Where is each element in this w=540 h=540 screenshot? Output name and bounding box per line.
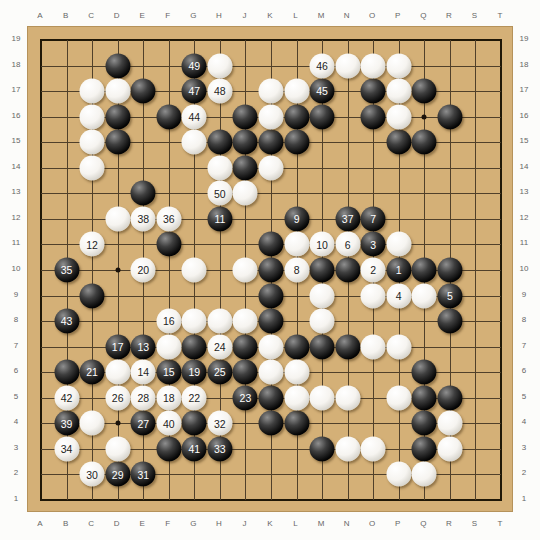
stone-black-J7 [233,334,258,359]
col-label-top-F: F [165,12,170,20]
move-number: 12 [86,239,98,250]
row-label-right-15: 15 [520,137,529,145]
go-diagram: 4947451193773351543171321151925233927413… [0,0,540,540]
move-number: 3 [370,239,376,250]
stone-black-J16 [233,104,258,129]
row-label-left-17: 17 [12,86,21,94]
stone-black-D15 [105,130,130,155]
move-number: 27 [137,418,149,429]
row-label-left-12: 12 [12,214,21,222]
row-label-right-8: 8 [522,316,526,324]
stone-black-K8 [259,309,284,334]
move-number: 50 [214,188,226,199]
move-number: 2 [370,265,376,276]
stone-white-R3 [437,436,462,461]
stone-black-D2: 29 [105,462,130,487]
stone-white-H7: 24 [207,334,232,359]
stone-white-Q9 [412,283,437,308]
stone-black-F6: 15 [156,360,181,385]
row-label-left-7: 7 [14,342,18,350]
move-number: 7 [370,214,376,225]
col-label-top-L: L [293,12,297,20]
col-label-bottom-P: P [395,520,400,528]
stone-white-H4: 32 [207,411,232,436]
stone-white-O3 [361,436,386,461]
col-label-top-N: N [344,12,350,20]
move-number: 10 [316,239,328,250]
stone-white-N5 [335,385,360,410]
stone-white-F8: 16 [156,309,181,334]
row-label-right-1: 1 [522,495,526,503]
move-number: 15 [163,367,175,378]
move-number: 6 [345,239,351,250]
stone-black-R10 [437,258,462,283]
stone-white-D12 [105,206,130,231]
move-number: 21 [86,367,98,378]
stone-white-N3 [335,436,360,461]
move-number: 39 [61,418,73,429]
col-label-bottom-K: K [267,520,272,528]
move-number: 26 [112,393,124,404]
row-label-left-1: 1 [14,495,18,503]
stone-black-J6 [233,360,258,385]
row-label-right-16: 16 [520,112,529,120]
col-label-top-C: C [88,12,94,20]
stone-white-E10: 20 [131,258,156,283]
move-number: 9 [294,214,300,225]
stone-white-P17 [386,79,411,104]
stone-black-E7: 13 [131,334,156,359]
move-number: 30 [86,469,98,480]
row-label-right-11: 11 [520,239,528,247]
stone-white-P7 [386,334,411,359]
col-label-bottom-D: D [114,520,120,528]
stone-white-C11: 12 [80,232,105,257]
col-label-top-K: K [267,12,272,20]
stone-white-G16: 44 [182,104,207,129]
row-label-left-18: 18 [12,61,21,69]
move-number: 20 [137,265,149,276]
row-label-left-4: 4 [14,418,18,426]
star-point-Q16 [422,114,427,119]
col-label-bottom-A: A [37,520,42,528]
row-label-right-9: 9 [522,291,526,299]
stone-black-M16 [310,104,335,129]
row-label-left-10: 10 [12,265,21,273]
stone-black-O11: 3 [361,232,386,257]
col-label-top-O: O [369,12,375,20]
move-number: 11 [214,214,225,225]
row-label-right-10: 10 [520,265,529,273]
stone-black-D7: 17 [105,334,130,359]
stone-black-N10 [335,258,360,283]
stone-black-G18: 49 [182,53,207,78]
move-number: 37 [342,214,354,225]
col-label-bottom-O: O [369,520,375,528]
stone-black-E4: 27 [131,411,156,436]
move-number: 35 [61,265,73,276]
stone-white-F5: 18 [156,385,181,410]
stone-white-D5: 26 [105,385,130,410]
stone-black-D16 [105,104,130,129]
star-point-D4 [115,421,120,426]
move-number: 49 [188,60,200,71]
stone-black-J14 [233,155,258,180]
stone-black-R5 [437,385,462,410]
stone-black-K9 [259,283,284,308]
row-label-right-5: 5 [522,393,526,401]
stone-black-M10 [310,258,335,283]
stone-black-B10: 35 [54,258,79,283]
stone-black-F3 [156,436,181,461]
stone-black-C9 [80,283,105,308]
stone-black-P15 [386,130,411,155]
move-number: 31 [137,469,149,480]
stone-white-B5: 42 [54,385,79,410]
stone-white-O7 [361,334,386,359]
stone-black-B4: 39 [54,411,79,436]
stone-black-K15 [259,130,284,155]
stone-white-O10: 2 [361,258,386,283]
col-label-bottom-C: C [88,520,94,528]
stone-white-M9 [310,283,335,308]
stone-white-F4: 40 [156,411,181,436]
row-label-left-8: 8 [14,316,18,324]
col-label-bottom-R: R [446,520,452,528]
col-label-bottom-N: N [344,520,350,528]
move-number: 23 [240,393,252,404]
row-label-left-15: 15 [12,137,21,145]
row-label-right-6: 6 [522,367,526,375]
stone-black-Q3 [412,436,437,461]
move-number: 48 [214,86,226,97]
stone-white-G10 [182,258,207,283]
stone-white-L6 [284,360,309,385]
stone-white-P16 [386,104,411,129]
col-label-bottom-Q: Q [420,520,426,528]
move-number: 28 [137,393,149,404]
stone-black-H12: 11 [207,206,232,231]
row-label-right-3: 3 [522,444,526,452]
stone-white-F7 [156,334,181,359]
move-number: 47 [188,86,200,97]
move-number: 1 [396,265,402,276]
move-number: 41 [188,444,200,455]
col-label-top-H: H [216,12,222,20]
row-label-right-2: 2 [522,469,526,477]
stone-black-M17: 45 [310,79,335,104]
stone-white-M5 [310,385,335,410]
row-label-left-2: 2 [14,469,18,477]
col-label-top-E: E [140,12,145,20]
stone-black-Q5 [412,385,437,410]
stone-white-G15 [182,130,207,155]
stone-black-G7 [182,334,207,359]
stone-white-E5: 28 [131,385,156,410]
row-label-left-14: 14 [12,163,21,171]
stone-white-P5 [386,385,411,410]
stone-black-Q10 [412,258,437,283]
stone-black-J15 [233,130,258,155]
stone-white-B3: 34 [54,436,79,461]
stone-white-E6: 14 [131,360,156,385]
stone-white-H14 [207,155,232,180]
stone-white-L11 [284,232,309,257]
row-label-left-6: 6 [14,367,18,375]
col-label-top-B: B [63,12,68,20]
stone-black-L4 [284,411,309,436]
move-number: 32 [214,418,226,429]
stone-black-O12: 7 [361,206,386,231]
stone-white-Q2 [412,462,437,487]
stone-black-L16 [284,104,309,129]
move-number: 44 [188,111,200,122]
stone-white-H18 [207,53,232,78]
col-label-top-J: J [242,12,246,20]
row-label-right-17: 17 [520,86,529,94]
stone-white-R4 [437,411,462,436]
star-point-D10 [115,268,120,273]
stone-white-H8 [207,309,232,334]
stone-black-E17 [131,79,156,104]
stone-white-P9: 4 [386,283,411,308]
stone-white-H13: 50 [207,181,232,206]
stone-white-P11 [386,232,411,257]
move-number: 16 [163,316,175,327]
stone-white-C2: 30 [80,462,105,487]
move-number: 13 [137,341,149,352]
col-label-bottom-G: G [190,520,196,528]
stone-black-K11 [259,232,284,257]
stone-black-C6: 21 [80,360,105,385]
stone-black-F16 [156,104,181,129]
stone-black-G6: 19 [182,360,207,385]
stone-black-K10 [259,258,284,283]
stone-white-K14 [259,155,284,180]
stone-black-L12: 9 [284,206,309,231]
stone-black-H3: 33 [207,436,232,461]
stone-black-L7 [284,334,309,359]
col-label-top-T: T [498,12,503,20]
stone-white-E12: 38 [131,206,156,231]
stone-black-O16 [361,104,386,129]
go-board[interactable]: 4947451193773351543171321151925233927413… [27,26,513,512]
stone-black-B6 [54,360,79,385]
col-label-top-P: P [395,12,400,20]
row-label-left-5: 5 [14,393,18,401]
stone-black-Q4 [412,411,437,436]
col-label-top-R: R [446,12,452,20]
stone-white-K6 [259,360,284,385]
stone-black-Q15 [412,130,437,155]
row-label-right-19: 19 [520,35,529,43]
col-label-bottom-M: M [318,520,325,528]
col-label-bottom-S: S [472,520,477,528]
stone-black-Q6 [412,360,437,385]
stone-black-R9: 5 [437,283,462,308]
stone-white-K16 [259,104,284,129]
move-number: 14 [137,367,149,378]
stone-black-L15 [284,130,309,155]
stone-black-G4 [182,411,207,436]
stone-white-N18 [335,53,360,78]
stone-white-C14 [80,155,105,180]
col-label-bottom-F: F [165,520,170,528]
stone-white-K7 [259,334,284,359]
move-number: 29 [112,469,124,480]
move-number: 22 [188,393,200,404]
grid-line-vertical [475,40,476,500]
col-label-top-Q: Q [420,12,426,20]
col-label-bottom-B: B [63,520,68,528]
stone-white-M11: 10 [310,232,335,257]
move-number: 46 [316,60,328,71]
move-number: 36 [163,214,175,225]
stone-white-F12: 36 [156,206,181,231]
stone-white-P18 [386,53,411,78]
col-label-bottom-E: E [140,520,145,528]
stone-white-O18 [361,53,386,78]
stone-black-P10: 1 [386,258,411,283]
col-label-top-A: A [37,12,42,20]
row-label-right-14: 14 [520,163,529,171]
row-label-left-9: 9 [14,291,18,299]
row-label-right-12: 12 [520,214,529,222]
move-number: 25 [214,367,226,378]
move-number: 38 [137,214,149,225]
move-number: 45 [316,86,328,97]
row-label-right-4: 4 [522,418,526,426]
stone-black-G3: 41 [182,436,207,461]
row-label-right-7: 7 [522,342,526,350]
move-number: 8 [294,265,300,276]
stone-white-L5 [284,385,309,410]
col-label-top-S: S [472,12,477,20]
stone-black-R8 [437,309,462,334]
move-number: 40 [163,418,175,429]
col-label-bottom-J: J [242,520,246,528]
move-number: 5 [447,290,453,301]
row-label-right-13: 13 [520,188,529,196]
stone-black-D18 [105,53,130,78]
row-label-right-18: 18 [520,61,529,69]
stone-black-K5 [259,385,284,410]
row-label-left-13: 13 [12,188,21,196]
stone-black-Q17 [412,79,437,104]
move-number: 42 [61,393,73,404]
stone-white-J10 [233,258,258,283]
move-number: 17 [112,341,124,352]
stone-white-D6 [105,360,130,385]
stone-black-M7 [310,334,335,359]
stone-white-G5: 22 [182,385,207,410]
stone-black-F11 [156,232,181,257]
stone-white-J13 [233,181,258,206]
stone-white-D3 [105,436,130,461]
stone-white-M18: 46 [310,53,335,78]
stone-black-H15 [207,130,232,155]
move-number: 24 [214,341,226,352]
row-label-left-3: 3 [14,444,18,452]
stone-white-C4 [80,411,105,436]
stone-white-G8 [182,309,207,334]
move-number: 4 [396,290,402,301]
stone-white-L10: 8 [284,258,309,283]
move-number: 18 [163,393,175,404]
stone-black-K4 [259,411,284,436]
stone-black-M3 [310,436,335,461]
col-label-top-M: M [318,12,325,20]
col-label-top-D: D [114,12,120,20]
stone-black-G17: 47 [182,79,207,104]
stone-white-P2 [386,462,411,487]
stone-white-C15 [80,130,105,155]
col-label-bottom-L: L [293,520,297,528]
stone-white-C17 [80,79,105,104]
move-number: 34 [61,444,73,455]
stone-black-N12: 37 [335,206,360,231]
move-number: 33 [214,444,226,455]
stone-black-H6: 25 [207,360,232,385]
col-label-bottom-H: H [216,520,222,528]
stone-black-O17 [361,79,386,104]
stone-white-C16 [80,104,105,129]
row-label-left-19: 19 [12,35,21,43]
move-number: 19 [188,367,200,378]
stone-white-O9 [361,283,386,308]
move-number: 43 [61,316,73,327]
stone-black-J5: 23 [233,385,258,410]
stone-black-E2: 31 [131,462,156,487]
stone-white-H17: 48 [207,79,232,104]
stone-white-N11: 6 [335,232,360,257]
stone-white-M8 [310,309,335,334]
stone-white-D17 [105,79,130,104]
row-label-left-11: 11 [12,239,20,247]
col-label-top-G: G [190,12,196,20]
stone-white-K17 [259,79,284,104]
row-label-left-16: 16 [12,112,21,120]
stone-white-J8 [233,309,258,334]
stone-black-N7 [335,334,360,359]
stone-white-L17 [284,79,309,104]
stone-black-B8: 43 [54,309,79,334]
col-label-bottom-T: T [498,520,503,528]
stone-black-E13 [131,181,156,206]
stone-black-R16 [437,104,462,129]
